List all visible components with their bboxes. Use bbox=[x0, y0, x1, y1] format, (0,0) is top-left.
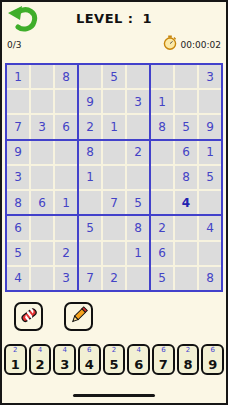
cell-r2c7[interactable]: 1 bbox=[151, 90, 173, 113]
cell-r6c5[interactable]: 7 bbox=[103, 191, 125, 214]
box-4: 93861 bbox=[7, 141, 77, 215]
cell-r8c4[interactable] bbox=[79, 242, 101, 265]
cell-r9c2[interactable] bbox=[31, 267, 53, 290]
cell-r7c6[interactable]: 8 bbox=[127, 216, 149, 239]
cell-r3c9[interactable]: 9 bbox=[199, 115, 221, 138]
cell-r3c6[interactable] bbox=[127, 115, 149, 138]
level-label: LEVEL : bbox=[76, 11, 134, 26]
cell-r9c5[interactable]: 2 bbox=[103, 267, 125, 290]
remaining-count: 6 bbox=[80, 347, 99, 354]
elapsed-time: 00:00:02 bbox=[181, 40, 221, 50]
stopwatch-icon bbox=[163, 35, 177, 54]
cell-r8c6[interactable]: 1 bbox=[127, 242, 149, 265]
cell-r1c9[interactable]: 3 bbox=[199, 65, 221, 88]
tool-buttons bbox=[14, 302, 226, 331]
cell-r1c7[interactable] bbox=[151, 65, 173, 88]
cell-r9c9[interactable]: 8 bbox=[199, 267, 221, 290]
cell-r8c9[interactable] bbox=[199, 242, 221, 265]
cell-r5c4[interactable]: 1 bbox=[79, 166, 101, 189]
cell-r4c3[interactable] bbox=[55, 141, 77, 164]
cell-r4c2[interactable] bbox=[31, 141, 53, 164]
numpad-key-7[interactable]: 67 bbox=[152, 344, 175, 375]
key-digit: 6 bbox=[134, 358, 143, 371]
cell-r2c1[interactable] bbox=[7, 90, 29, 113]
cell-r6c2[interactable]: 6 bbox=[31, 191, 53, 214]
key-digit: 7 bbox=[159, 358, 168, 371]
mistakes-counter: 0/3 bbox=[7, 40, 21, 50]
box-2: 59321 bbox=[79, 65, 149, 139]
cell-r4c7[interactable] bbox=[151, 141, 173, 164]
cell-r9c6[interactable] bbox=[127, 267, 149, 290]
remaining-count: 4 bbox=[55, 347, 74, 354]
cell-r5c3[interactable] bbox=[55, 166, 77, 189]
cell-r6c6[interactable]: 5 bbox=[127, 191, 149, 214]
numpad-key-3[interactable]: 43 bbox=[53, 344, 76, 375]
cell-r3c7[interactable]: 8 bbox=[151, 115, 173, 138]
key-digit: 8 bbox=[184, 358, 193, 371]
cell-r4c4[interactable]: 8 bbox=[79, 141, 101, 164]
cell-r4c5[interactable] bbox=[103, 141, 125, 164]
cell-r4c9[interactable]: 1 bbox=[199, 141, 221, 164]
cell-r9c4[interactable]: 7 bbox=[79, 267, 101, 290]
cell-r3c1[interactable]: 7 bbox=[7, 115, 29, 138]
level-value: 1 bbox=[143, 11, 153, 26]
cell-r2c2[interactable] bbox=[31, 90, 53, 113]
cell-r7c2[interactable] bbox=[31, 216, 53, 239]
eraser-button[interactable] bbox=[14, 302, 43, 331]
cell-r7c3[interactable] bbox=[55, 216, 77, 239]
numpad-key-1[interactable]: 21 bbox=[4, 344, 27, 375]
eraser-icon bbox=[18, 304, 40, 329]
cell-r3c4[interactable]: 2 bbox=[79, 115, 101, 138]
cell-r6c4[interactable] bbox=[79, 191, 101, 214]
box-6: 61854 bbox=[151, 141, 221, 215]
cell-r9c7[interactable]: 5 bbox=[151, 267, 173, 290]
cell-r1c4[interactable] bbox=[79, 65, 101, 88]
cell-r4c6[interactable]: 2 bbox=[127, 141, 149, 164]
cell-r4c1[interactable]: 9 bbox=[7, 141, 29, 164]
remaining-count: 2 bbox=[6, 347, 25, 354]
key-digit: 5 bbox=[110, 358, 119, 371]
sudoku-board: 1873659321318599386182175618546524358172… bbox=[5, 63, 223, 292]
cell-r9c3[interactable]: 3 bbox=[55, 267, 77, 290]
numpad-key-2[interactable]: 42 bbox=[29, 344, 52, 375]
cell-r7c8[interactable] bbox=[175, 216, 197, 239]
cell-r1c8[interactable] bbox=[175, 65, 197, 88]
cell-r5c6[interactable] bbox=[127, 166, 149, 189]
cell-r1c2[interactable] bbox=[31, 65, 53, 88]
pencil-icon bbox=[68, 304, 90, 329]
cell-r2c4[interactable]: 9 bbox=[79, 90, 101, 113]
remaining-count: 4 bbox=[129, 347, 148, 354]
box-8: 58172 bbox=[79, 216, 149, 290]
key-digit: 2 bbox=[35, 358, 44, 371]
status-bar: 0/3 00:00:02 bbox=[2, 37, 226, 52]
box-9: 24658 bbox=[151, 216, 221, 290]
cell-r4c8[interactable]: 6 bbox=[175, 141, 197, 164]
numpad-key-4[interactable]: 64 bbox=[78, 344, 101, 375]
cell-r2c3[interactable] bbox=[55, 90, 77, 113]
numpad-key-6[interactable]: 46 bbox=[127, 344, 150, 375]
cell-r3c8[interactable]: 5 bbox=[175, 115, 197, 138]
gesture-bar[interactable] bbox=[73, 394, 155, 397]
cell-r1c3[interactable]: 8 bbox=[55, 65, 77, 88]
cell-r3c3[interactable]: 6 bbox=[55, 115, 77, 138]
cell-r8c3[interactable]: 2 bbox=[55, 242, 77, 265]
cell-r6c7[interactable] bbox=[151, 191, 173, 214]
level-title: LEVEL :1 bbox=[2, 11, 226, 26]
timer: 00:00:02 bbox=[163, 35, 221, 54]
pencil-button[interactable] bbox=[64, 302, 93, 331]
box-7: 65243 bbox=[7, 216, 77, 290]
sudoku-app-screen: LEVEL :1 0/3 00:00:02 187365932131859938… bbox=[0, 0, 228, 405]
numpad-key-8[interactable]: 28 bbox=[177, 344, 200, 375]
remaining-count: 2 bbox=[105, 347, 124, 354]
cell-r2c8[interactable] bbox=[175, 90, 197, 113]
cell-r1c5[interactable]: 5 bbox=[103, 65, 125, 88]
remaining-count: 6 bbox=[154, 347, 173, 354]
key-digit: 9 bbox=[208, 358, 217, 371]
cell-r9c1[interactable]: 4 bbox=[7, 267, 29, 290]
cell-r9c8[interactable] bbox=[175, 267, 197, 290]
cell-r3c5[interactable]: 1 bbox=[103, 115, 125, 138]
cell-r7c7[interactable]: 2 bbox=[151, 216, 173, 239]
cell-r1c1[interactable]: 1 bbox=[7, 65, 29, 88]
cell-r8c2[interactable] bbox=[31, 242, 53, 265]
cell-r8c1[interactable]: 5 bbox=[7, 242, 29, 265]
remaining-count: 4 bbox=[31, 347, 50, 354]
cell-r6c3[interactable]: 1 bbox=[55, 191, 77, 214]
cell-r8c8[interactable] bbox=[175, 242, 197, 265]
remaining-count: 6 bbox=[203, 347, 222, 354]
cell-r7c1[interactable]: 6 bbox=[7, 216, 29, 239]
cell-r5c5[interactable] bbox=[103, 166, 125, 189]
cell-r6c8[interactable]: 4 bbox=[175, 191, 197, 214]
cell-r8c7[interactable]: 6 bbox=[151, 242, 173, 265]
key-digit: 4 bbox=[85, 358, 94, 371]
cell-r7c4[interactable]: 5 bbox=[79, 216, 101, 239]
key-digit: 1 bbox=[11, 358, 20, 371]
cell-r5c9[interactable]: 5 bbox=[199, 166, 221, 189]
cell-r1c6[interactable] bbox=[127, 65, 149, 88]
box-3: 31859 bbox=[151, 65, 221, 139]
cell-r2c9[interactable] bbox=[199, 90, 221, 113]
cell-r6c1[interactable]: 8 bbox=[7, 191, 29, 214]
cell-r7c5[interactable] bbox=[103, 216, 125, 239]
cell-r7c9[interactable]: 4 bbox=[199, 216, 221, 239]
number-pad: 214243642546672869 bbox=[2, 344, 226, 375]
cell-r5c8[interactable]: 8 bbox=[175, 166, 197, 189]
numpad-key-5[interactable]: 25 bbox=[103, 344, 126, 375]
cell-r5c7[interactable] bbox=[151, 166, 173, 189]
remaining-count: 2 bbox=[179, 347, 198, 354]
cell-r8c5[interactable] bbox=[103, 242, 125, 265]
cell-r2c6[interactable]: 3 bbox=[127, 90, 149, 113]
cell-r5c2[interactable] bbox=[31, 166, 53, 189]
box-5: 82175 bbox=[79, 141, 149, 215]
cell-r2c5[interactable] bbox=[103, 90, 125, 113]
key-digit: 3 bbox=[60, 358, 69, 371]
box-1: 18736 bbox=[7, 65, 77, 139]
cell-r6c9[interactable] bbox=[199, 191, 221, 214]
cell-r3c2[interactable]: 3 bbox=[31, 115, 53, 138]
header: LEVEL :1 bbox=[2, 2, 226, 32]
numpad-key-9[interactable]: 69 bbox=[201, 344, 224, 375]
cell-r5c1[interactable]: 3 bbox=[7, 166, 29, 189]
